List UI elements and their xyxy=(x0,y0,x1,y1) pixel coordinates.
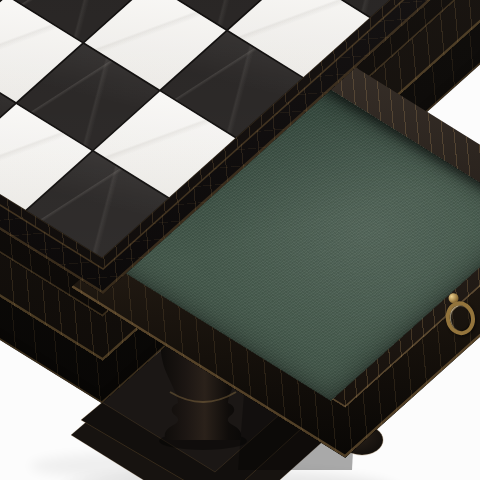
ring-hoop xyxy=(443,299,478,338)
chess-table-photo xyxy=(0,0,480,480)
